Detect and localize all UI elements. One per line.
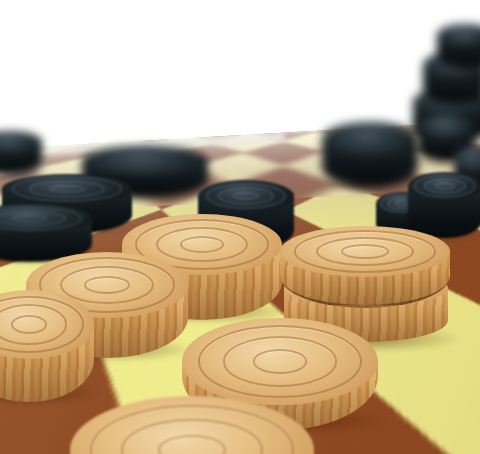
black-checker-man — [0, 131, 42, 175]
checkers-board-photo — [0, 0, 480, 454]
wood-checker-man — [70, 396, 314, 454]
black-checker-man — [322, 122, 418, 188]
wood-checker-man — [0, 290, 94, 402]
piece-layer — [0, 0, 480, 454]
